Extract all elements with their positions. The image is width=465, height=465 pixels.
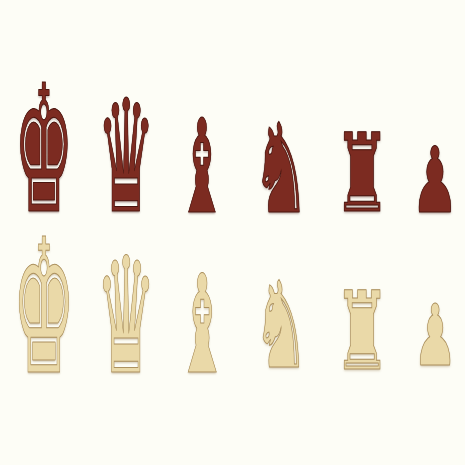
light-pawn-glyph: ♟ <box>413 293 457 378</box>
dark-knight-glyph: ♞ <box>252 107 310 231</box>
dark-rook-glyph: ♜ <box>334 119 391 228</box>
light-bishop-glyph: ♝ <box>175 257 229 393</box>
dark-bishop-glyph: ♝ <box>176 102 227 232</box>
dark-pawn-glyph: ♟ <box>411 135 458 226</box>
light-knight-glyph: ♞ <box>253 266 309 386</box>
chess-set-photo: ♚ ♛ ♝ ♞ ♜ ♟ ♚ ♛ ♝ ♞ ♜ ♟ <box>0 0 465 465</box>
light-rook-glyph: ♜ <box>334 277 391 386</box>
light-pawn-piece: ♟ <box>397 293 465 365</box>
dark-pawn-piece: ♟ <box>394 135 465 212</box>
